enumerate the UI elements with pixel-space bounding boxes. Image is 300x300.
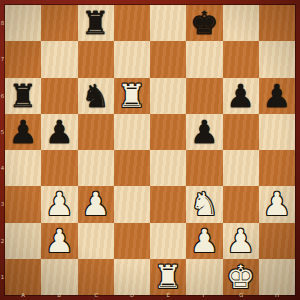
square-b2[interactable]: ♟ xyxy=(41,223,77,259)
rank-label-8: 8 xyxy=(1,9,5,37)
square-f8[interactable]: ♚ xyxy=(186,5,222,41)
square-h1[interactable] xyxy=(259,259,295,295)
square-f6[interactable] xyxy=(186,78,222,114)
square-g5[interactable] xyxy=(223,114,259,150)
square-c8[interactable]: ♜ xyxy=(78,5,114,41)
square-d8[interactable] xyxy=(114,5,150,41)
file-label-c: C xyxy=(81,292,109,299)
chess-board-frame: ♜♚♜♞♜♟♟♟♟♟♟♟♞♟♟♟♟♜♚ 87654321 ABCDEFGH xyxy=(0,0,300,300)
piece-white-pawn-h3[interactable]: ♟ xyxy=(259,186,295,222)
piece-white-king-g1[interactable]: ♚ xyxy=(223,259,259,295)
file-label-e: E xyxy=(154,292,182,299)
square-c4[interactable] xyxy=(78,150,114,186)
square-c3[interactable]: ♟ xyxy=(78,186,114,222)
file-label-h: H xyxy=(263,292,291,299)
square-d3[interactable] xyxy=(114,186,150,222)
square-c2[interactable] xyxy=(78,223,114,259)
piece-black-rook-c8[interactable]: ♜ xyxy=(78,5,114,41)
piece-white-pawn-g2[interactable]: ♟ xyxy=(223,223,259,259)
square-e3[interactable] xyxy=(150,186,186,222)
rank-label-2: 2 xyxy=(1,226,5,254)
square-h2[interactable] xyxy=(259,223,295,259)
square-h3[interactable]: ♟ xyxy=(259,186,295,222)
square-d4[interactable] xyxy=(114,150,150,186)
square-g1[interactable]: ♚ xyxy=(223,259,259,295)
square-f2[interactable]: ♟ xyxy=(186,223,222,259)
file-label-g: G xyxy=(226,292,254,299)
square-g2[interactable]: ♟ xyxy=(223,223,259,259)
square-f5[interactable]: ♟ xyxy=(186,114,222,150)
square-e7[interactable] xyxy=(150,41,186,77)
square-d6[interactable]: ♜ xyxy=(114,78,150,114)
square-a6[interactable]: ♜ xyxy=(5,78,41,114)
square-h8[interactable] xyxy=(259,5,295,41)
square-f4[interactable] xyxy=(186,150,222,186)
square-d7[interactable] xyxy=(114,41,150,77)
square-g3[interactable] xyxy=(223,186,259,222)
piece-white-pawn-b2[interactable]: ♟ xyxy=(41,223,77,259)
square-g6[interactable]: ♟ xyxy=(223,78,259,114)
file-label-a: A xyxy=(9,292,37,299)
square-h4[interactable] xyxy=(259,150,295,186)
square-f7[interactable] xyxy=(186,41,222,77)
piece-black-knight-c6[interactable]: ♞ xyxy=(78,78,114,114)
file-label-b: B xyxy=(45,292,73,299)
file-label-f: F xyxy=(190,292,218,299)
square-g4[interactable] xyxy=(223,150,259,186)
chess-board: ♜♚♜♞♜♟♟♟♟♟♟♟♞♟♟♟♟♜♚ xyxy=(5,5,295,295)
piece-black-pawn-b5[interactable]: ♟ xyxy=(41,114,77,150)
square-e4[interactable] xyxy=(150,150,186,186)
square-e1[interactable]: ♜ xyxy=(150,259,186,295)
piece-black-rook-a6[interactable]: ♜ xyxy=(5,78,41,114)
piece-white-pawn-c3[interactable]: ♟ xyxy=(78,186,114,222)
square-c5[interactable] xyxy=(78,114,114,150)
square-e6[interactable] xyxy=(150,78,186,114)
square-e2[interactable] xyxy=(150,223,186,259)
square-b6[interactable] xyxy=(41,78,77,114)
square-c6[interactable]: ♞ xyxy=(78,78,114,114)
piece-white-knight-f3[interactable]: ♞ xyxy=(186,186,222,222)
rank-label-6: 6 xyxy=(1,81,5,109)
square-d5[interactable] xyxy=(114,114,150,150)
square-e8[interactable] xyxy=(150,5,186,41)
rank-label-1: 1 xyxy=(1,263,5,291)
rank-label-7: 7 xyxy=(1,45,5,73)
square-b8[interactable] xyxy=(41,5,77,41)
piece-black-pawn-h6[interactable]: ♟ xyxy=(259,78,295,114)
square-b5[interactable]: ♟ xyxy=(41,114,77,150)
square-e5[interactable] xyxy=(150,114,186,150)
square-h7[interactable] xyxy=(259,41,295,77)
piece-black-pawn-f5[interactable]: ♟ xyxy=(186,114,222,150)
square-c1[interactable] xyxy=(78,259,114,295)
square-b1[interactable] xyxy=(41,259,77,295)
square-h5[interactable] xyxy=(259,114,295,150)
square-h6[interactable]: ♟ xyxy=(259,78,295,114)
square-b7[interactable] xyxy=(41,41,77,77)
square-f3[interactable]: ♞ xyxy=(186,186,222,222)
piece-black-pawn-a5[interactable]: ♟ xyxy=(5,114,41,150)
piece-white-pawn-b3[interactable]: ♟ xyxy=(41,186,77,222)
rank-label-3: 3 xyxy=(1,190,5,218)
piece-black-king-f8[interactable]: ♚ xyxy=(186,5,222,41)
file-label-d: D xyxy=(118,292,146,299)
square-b3[interactable]: ♟ xyxy=(41,186,77,222)
square-d1[interactable] xyxy=(114,259,150,295)
square-a4[interactable] xyxy=(5,150,41,186)
square-a8[interactable] xyxy=(5,5,41,41)
square-a3[interactable] xyxy=(5,186,41,222)
piece-white-rook-e1[interactable]: ♜ xyxy=(150,259,186,295)
square-a5[interactable]: ♟ xyxy=(5,114,41,150)
square-d2[interactable] xyxy=(114,223,150,259)
square-a7[interactable] xyxy=(5,41,41,77)
square-c7[interactable] xyxy=(78,41,114,77)
square-b4[interactable] xyxy=(41,150,77,186)
rank-label-4: 4 xyxy=(1,154,5,182)
piece-white-rook-d6[interactable]: ♜ xyxy=(114,78,150,114)
rank-label-5: 5 xyxy=(1,118,5,146)
piece-white-pawn-f2[interactable]: ♟ xyxy=(186,223,222,259)
piece-black-pawn-g6[interactable]: ♟ xyxy=(223,78,259,114)
square-g8[interactable] xyxy=(223,5,259,41)
square-g7[interactable] xyxy=(223,41,259,77)
square-a2[interactable] xyxy=(5,223,41,259)
square-a1[interactable] xyxy=(5,259,41,295)
square-f1[interactable] xyxy=(186,259,222,295)
